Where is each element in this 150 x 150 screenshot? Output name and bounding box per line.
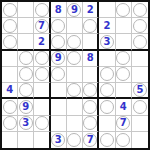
odd-marker-circle: [3, 3, 17, 17]
odd-marker-circle: [67, 83, 81, 97]
cell-r4c7[interactable]: [99, 51, 115, 67]
odd-marker-circle: [3, 35, 17, 49]
cell-r7c5[interactable]: [67, 99, 83, 115]
given-digit: 7: [38, 21, 45, 31]
odd-marker-circle: [19, 67, 33, 81]
cell-r6c2[interactable]: [18, 83, 34, 99]
odd-marker-circle: [3, 19, 17, 33]
given-digit: 5: [136, 85, 143, 95]
cell-r3c7: 3: [99, 34, 115, 50]
odd-marker-circle: [35, 116, 49, 130]
odd-marker-circle: [19, 51, 33, 65]
odd-marker-circle: [100, 67, 114, 81]
cell-r9c7[interactable]: [99, 132, 115, 148]
given-digit: 2: [38, 37, 45, 47]
odd-marker-circle: [116, 133, 130, 147]
cell-r3c3: 2: [34, 34, 50, 50]
odd-marker-circle: [116, 67, 130, 81]
given-digit: 8: [87, 53, 94, 63]
given-digit: 4: [6, 85, 13, 95]
cell-r6c9: 5: [132, 83, 148, 99]
cell-r3c4[interactable]: [51, 34, 67, 50]
cell-r4c9[interactable]: [132, 51, 148, 67]
cell-r3c9[interactable]: [132, 34, 148, 50]
cell-r1c6: 2: [83, 2, 99, 18]
cell-r8c3[interactable]: [34, 116, 50, 132]
given-digit: 2: [87, 5, 94, 15]
cell-r9c6: 7: [83, 132, 99, 148]
sudoku-board: 89272239845943737: [0, 0, 150, 150]
odd-marker-circle: [133, 19, 147, 33]
cell-r8c9[interactable]: [132, 116, 148, 132]
cell-r1c7[interactable]: [99, 2, 115, 18]
cell-r2c2[interactable]: [18, 18, 34, 34]
cell-r9c9[interactable]: [132, 132, 148, 148]
cell-r4c2[interactable]: [18, 51, 34, 67]
cell-r2c4[interactable]: [51, 18, 67, 34]
cell-r7c9[interactable]: [132, 99, 148, 115]
cell-r2c5[interactable]: [67, 18, 83, 34]
cell-r4c4: 9: [51, 51, 67, 67]
odd-marker-circle: [83, 19, 97, 33]
cell-r1c5: 9: [67, 2, 83, 18]
odd-marker-circle: [133, 35, 147, 49]
cell-r6c3[interactable]: [34, 83, 50, 99]
cell-r5c1[interactable]: [2, 67, 18, 83]
cell-r2c6[interactable]: [83, 18, 99, 34]
cell-r4c6: 8: [83, 51, 99, 67]
given-digit: 7: [87, 135, 94, 145]
odd-marker-circle: [35, 51, 49, 65]
cell-r5c2[interactable]: [18, 67, 34, 83]
cell-r8c1[interactable]: [2, 116, 18, 132]
odd-marker-circle: [83, 100, 97, 114]
cell-r1c4: 8: [51, 2, 67, 18]
odd-marker-circle: [83, 116, 97, 130]
cell-r4c8[interactable]: [116, 51, 132, 67]
cell-r4c5[interactable]: [67, 51, 83, 67]
cell-r5c6[interactable]: [83, 67, 99, 83]
given-digit: 8: [55, 5, 62, 15]
odd-marker-circle: [116, 51, 130, 65]
odd-marker-circle: [67, 51, 81, 65]
odd-marker-circle: [35, 67, 49, 81]
odd-marker-circle: [116, 3, 130, 17]
cell-r7c3[interactable]: [34, 99, 50, 115]
cell-r9c8[interactable]: [116, 132, 132, 148]
cell-r8c5[interactable]: [67, 116, 83, 132]
cell-r9c4: 3: [51, 132, 67, 148]
cell-r6c1: 4: [2, 83, 18, 99]
cell-r5c9[interactable]: [132, 67, 148, 83]
odd-marker-circle: [100, 100, 114, 114]
odd-marker-circle: [133, 100, 147, 114]
odd-marker-circle: [83, 83, 97, 97]
cell-r7c4[interactable]: [51, 99, 67, 115]
given-digit: 3: [55, 135, 62, 145]
odd-marker-circle: [100, 83, 114, 97]
cell-r8c8: 7: [116, 116, 132, 132]
cell-r7c2: 9: [18, 99, 34, 115]
cell-r9c1[interactable]: [2, 132, 18, 148]
given-digit: 3: [22, 118, 29, 128]
given-digit: 2: [103, 21, 110, 31]
cell-r8c6[interactable]: [83, 116, 99, 132]
odd-marker-circle: [19, 83, 33, 97]
cell-r3c5[interactable]: [67, 34, 83, 50]
cell-r1c3[interactable]: [34, 2, 50, 18]
cell-r9c5[interactable]: [67, 132, 83, 148]
given-digit: 3: [103, 37, 110, 47]
cell-r8c7[interactable]: [99, 116, 115, 132]
odd-marker-circle: [133, 3, 147, 17]
cell-r3c6[interactable]: [83, 34, 99, 50]
cell-r2c3: 7: [34, 18, 50, 34]
cell-r4c3[interactable]: [34, 51, 50, 67]
given-digit: 4: [120, 102, 127, 112]
cell-r4c1[interactable]: [2, 51, 18, 67]
given-digit: 7: [120, 118, 127, 128]
cell-r8c2: 3: [18, 116, 34, 132]
cell-r9c2[interactable]: [18, 132, 34, 148]
cell-r5c5[interactable]: [67, 67, 83, 83]
cell-r5c7[interactable]: [99, 67, 115, 83]
odd-marker-circle: [67, 35, 81, 49]
cell-r1c8[interactable]: [116, 2, 132, 18]
odd-marker-circle: [51, 19, 65, 33]
cell-r2c1[interactable]: [2, 18, 18, 34]
cell-r6c5[interactable]: [67, 83, 83, 99]
cell-r3c2[interactable]: [18, 34, 34, 50]
odd-marker-circle: [67, 133, 81, 147]
cell-r1c9[interactable]: [132, 2, 148, 18]
odd-marker-circle: [3, 100, 17, 114]
cell-r9c3[interactable]: [34, 132, 50, 148]
odd-marker-circle: [100, 133, 114, 147]
given-digit: 9: [55, 53, 62, 63]
odd-marker-circle: [51, 67, 65, 81]
cell-r8c4[interactable]: [51, 116, 67, 132]
cell-r2c8[interactable]: [116, 18, 132, 34]
cell-r7c7[interactable]: [99, 99, 115, 115]
given-digit: 9: [22, 102, 29, 112]
cell-r1c2[interactable]: [18, 2, 34, 18]
cell-r2c9[interactable]: [132, 18, 148, 34]
odd-marker-circle: [51, 35, 65, 49]
cell-r5c8[interactable]: [116, 67, 132, 83]
cell-r7c1[interactable]: [2, 99, 18, 115]
cell-r7c6[interactable]: [83, 99, 99, 115]
cell-r6c7[interactable]: [99, 83, 115, 99]
cell-r3c1[interactable]: [2, 34, 18, 50]
odd-marker-circle: [35, 3, 49, 17]
cell-r2c7: 2: [99, 18, 115, 34]
cell-r6c4[interactable]: [51, 83, 67, 99]
cell-r3c8[interactable]: [116, 34, 132, 50]
cell-r1c1[interactable]: [2, 2, 18, 18]
cell-r5c4[interactable]: [51, 67, 67, 83]
cell-r5c3[interactable]: [34, 67, 50, 83]
cell-r6c8[interactable]: [116, 83, 132, 99]
cell-r7c8: 4: [116, 99, 132, 115]
cell-r6c6[interactable]: [83, 83, 99, 99]
odd-marker-circle: [3, 116, 17, 130]
given-digit: 9: [71, 5, 78, 15]
